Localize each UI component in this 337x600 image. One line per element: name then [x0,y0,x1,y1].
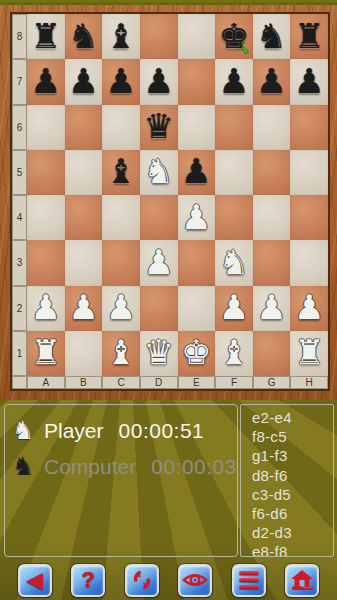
square-c5[interactable]: ♝ [102,150,140,195]
corner-label-cell [12,376,27,389]
player-clock-row: ♞ Player 00:00:51 [12,418,237,443]
square-d8[interactable] [140,14,178,59]
player-name: Player [44,419,104,443]
move-entry[interactable]: g1-f3 [252,446,333,465]
square-e2[interactable] [178,286,216,331]
piece-white-knight[interactable]: ♞ [143,154,173,188]
home-button[interactable] [285,564,319,597]
square-g5[interactable] [253,150,291,195]
file-label-c: C [102,376,140,389]
file-label-h: H [290,376,328,389]
piece-black-queen[interactable]: ♛ [143,109,173,143]
piece-black-bishop[interactable]: ♝ [106,154,136,188]
square-a4[interactable] [27,195,65,240]
square-e4[interactable]: ♟ [178,195,216,240]
piece-black-pawn[interactable]: ♟ [294,64,324,98]
piece-black-rook[interactable]: ♜ [31,19,61,53]
square-f2[interactable]: ♟ [215,286,253,331]
chess-app: 8♜♞♝♚♞♜7♟♟♟♟♟♟♟6♛5♝♞♟4♟3♟♞2♟♟♟♟♟♟1♜♝♛♚♝♜… [0,0,337,600]
piece-black-bishop[interactable]: ♝ [106,19,136,53]
square-b3[interactable] [65,240,103,285]
computer-name: Computer [44,455,136,479]
square-a7[interactable]: ♟ [27,59,65,104]
square-d3[interactable]: ♟ [140,240,178,285]
move-entry[interactable]: d8-f6 [252,466,333,485]
flip-board-button[interactable] [125,564,159,597]
square-g2[interactable]: ♟ [253,286,291,331]
square-b5[interactable] [65,150,103,195]
file-label-e: E [178,376,216,389]
piece-white-king[interactable]: ♚ [181,335,211,369]
rank-label-4: 4 [12,195,27,240]
piece-white-pawn[interactable]: ♟ [68,290,98,324]
home-icon [290,569,314,591]
square-c2[interactable]: ♟ [102,286,140,331]
square-b2[interactable]: ♟ [65,286,103,331]
square-g4[interactable] [253,195,291,240]
square-e1[interactable]: ♚ [178,331,216,376]
piece-white-rook[interactable]: ♜ [31,335,61,369]
piece-black-pawn[interactable]: ♟ [31,64,61,98]
square-c7[interactable]: ♟ [102,59,140,104]
black-knight-icon: ♞ [12,454,40,479]
piece-black-pawn[interactable]: ♟ [106,64,136,98]
square-g1[interactable] [253,331,291,376]
piece-black-king[interactable]: ♚ [219,19,249,53]
file-label-d: D [140,376,178,389]
question-mark-icon: ? [82,569,95,591]
square-e7[interactable] [178,59,216,104]
move-list: e2-e4f8-c5g1-f3d8-f6c3-d5f6-d6d2-d3e8-f8 [252,408,333,557]
piece-white-pawn[interactable]: ♟ [31,290,61,324]
square-f6[interactable] [215,105,253,150]
square-a3[interactable] [27,240,65,285]
piece-white-bishop[interactable]: ♝ [106,335,136,369]
square-h6[interactable] [290,105,328,150]
square-b7[interactable]: ♟ [65,59,103,104]
square-e3[interactable] [178,240,216,285]
info-area: ♞ Player 00:00:51 ♞ Computer 00:00:03 e2… [4,404,334,557]
square-f1[interactable]: ♝ [215,331,253,376]
piece-white-pawn[interactable]: ♟ [181,200,211,234]
menu-button[interactable] [232,564,266,597]
square-d5[interactable]: ♞ [140,150,178,195]
square-d2[interactable] [140,286,178,331]
square-g3[interactable] [253,240,291,285]
square-e5[interactable]: ♟ [178,150,216,195]
piece-black-pawn[interactable]: ♟ [68,64,98,98]
analysis-button[interactable] [178,564,212,597]
square-g7[interactable]: ♟ [253,59,291,104]
rank-label-6: 6 [12,105,27,150]
rank-label-8: 8 [12,14,27,59]
square-b1[interactable] [65,331,103,376]
square-a5[interactable] [27,150,65,195]
square-a2[interactable]: ♟ [27,286,65,331]
toolbar: ◀ ? [0,560,337,600]
square-b6[interactable] [65,105,103,150]
piece-white-knight[interactable]: ♞ [219,245,249,279]
square-c6[interactable] [102,105,140,150]
rank-label-5: 5 [12,150,27,195]
white-knight-icon: ♞ [12,418,40,443]
move-list-box[interactable]: e2-e4f8-c5g1-f3d8-f6c3-d5f6-d6d2-d3e8-f8 [240,404,334,557]
square-h8[interactable]: ♜ [290,14,328,59]
square-d6[interactable]: ♛ [140,105,178,150]
square-h3[interactable] [290,240,328,285]
eye-icon [182,569,208,591]
menu-bars-icon [239,571,259,589]
square-c4[interactable] [102,195,140,240]
clocks-box: ♞ Player 00:00:51 ♞ Computer 00:00:03 [4,404,238,557]
square-f4[interactable] [215,195,253,240]
square-d7[interactable]: ♟ [140,59,178,104]
piece-white-pawn[interactable]: ♟ [256,290,286,324]
square-a1[interactable]: ♜ [27,331,65,376]
player-time: 00:00:51 [119,419,205,443]
file-label-b: B [65,376,103,389]
rank-label-1: 1 [12,331,27,376]
square-c3[interactable] [102,240,140,285]
square-b8[interactable]: ♞ [65,14,103,59]
piece-black-pawn[interactable]: ♟ [143,64,173,98]
square-c1[interactable]: ♝ [102,331,140,376]
piece-white-pawn[interactable]: ♟ [219,290,249,324]
square-f8[interactable]: ♚ [215,14,253,59]
rank-label-7: 7 [12,59,27,104]
square-f3[interactable]: ♞ [215,240,253,285]
move-entry[interactable]: e2-e4 [252,408,333,427]
square-h7[interactable]: ♟ [290,59,328,104]
back-button[interactable]: ◀ [18,564,52,597]
square-h4[interactable] [290,195,328,240]
piece-white-pawn[interactable]: ♟ [294,290,324,324]
square-a8[interactable]: ♜ [27,14,65,59]
move-entry[interactable]: f8-c5 [252,427,333,446]
piece-white-pawn[interactable]: ♟ [143,245,173,279]
bottom-panel: ♞ Player 00:00:51 ♞ Computer 00:00:03 e2… [0,400,337,600]
move-entry[interactable]: c3-d5 [252,485,333,504]
move-entry[interactable]: f6-d6 [252,504,333,523]
rank-label-3: 3 [12,240,27,285]
piece-white-rook[interactable]: ♜ [294,335,324,369]
square-g6[interactable] [253,105,291,150]
square-e6[interactable] [178,105,216,150]
square-e8[interactable] [178,14,216,59]
back-arrow-icon: ◀ [27,570,42,590]
square-d4[interactable] [140,195,178,240]
chess-board: 8♜♞♝♚♞♜7♟♟♟♟♟♟♟6♛5♝♞♟4♟3♟♞2♟♟♟♟♟♟1♜♝♛♚♝♜… [10,12,330,391]
square-h5[interactable] [290,150,328,195]
piece-black-rook[interactable]: ♜ [294,19,324,53]
square-c8[interactable]: ♝ [102,14,140,59]
square-a6[interactable] [27,105,65,150]
piece-black-pawn[interactable]: ♟ [256,64,286,98]
square-h1[interactable]: ♜ [290,331,328,376]
piece-white-bishop[interactable]: ♝ [219,335,249,369]
piece-black-pawn[interactable]: ♟ [181,154,211,188]
square-f7[interactable]: ♟ [215,59,253,104]
piece-black-pawn[interactable]: ♟ [219,64,249,98]
piece-black-knight[interactable]: ♞ [68,19,98,53]
help-button[interactable]: ? [71,564,105,597]
computer-time: 00:00:03 [151,455,237,479]
square-h2[interactable]: ♟ [290,286,328,331]
rotate-arrows-icon [131,569,153,591]
move-entry[interactable]: d2-d3 [252,523,333,542]
file-label-f: F [215,376,253,389]
square-d1[interactable]: ♛ [140,331,178,376]
computer-clock-row: ♞ Computer 00:00:03 [12,454,237,479]
board-frame: 8♜♞♝♚♞♜7♟♟♟♟♟♟♟6♛5♝♞♟4♟3♟♞2♟♟♟♟♟♟1♜♝♛♚♝♜… [0,5,337,400]
square-f5[interactable] [215,150,253,195]
square-g8[interactable]: ♞ [253,14,291,59]
move-entry[interactable]: e8-f8 [252,542,333,557]
file-label-g: G [253,376,291,389]
square-b4[interactable] [65,195,103,240]
file-label-a: A [27,376,65,389]
rank-label-2: 2 [12,286,27,331]
piece-white-pawn[interactable]: ♟ [106,290,136,324]
piece-black-knight[interactable]: ♞ [256,19,286,53]
piece-white-queen[interactable]: ♛ [143,335,173,369]
